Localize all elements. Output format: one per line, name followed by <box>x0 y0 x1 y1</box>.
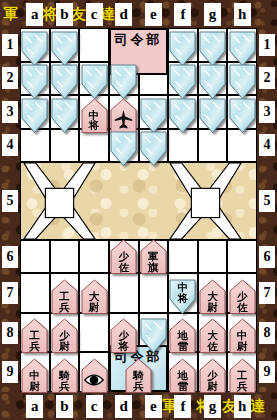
piece-blue-a3-facedown[interactable] <box>21 98 48 134</box>
piece-pink-h8[interactable]: 中尉 <box>229 318 256 354</box>
gunjin-shogi-game-window: 司令部司令部中将少佐軍旗工兵大尉中将大尉少佐工兵少尉少将地雷大佐中尉中尉騎兵騎兵… <box>0 0 277 420</box>
file-label-f-top: f <box>174 3 191 26</box>
blue-piece-shape <box>199 64 226 100</box>
piece-blue-c2-facedown[interactable] <box>81 64 108 100</box>
rank-label-6-left: 6 <box>2 246 18 268</box>
piece-label: 少佐 <box>229 291 256 312</box>
piece-label: 少佐 <box>110 251 137 272</box>
piece-pink-d3[interactable] <box>110 98 137 134</box>
rank-label-5-left: 5 <box>2 190 18 212</box>
hq-top-label: 司令部 <box>111 30 166 47</box>
file-label-d-top: d <box>115 3 132 26</box>
file-label-d-bottom: d <box>115 395 132 418</box>
rank-label-6-right: 6 <box>259 246 275 268</box>
piece-label: 騎兵 <box>51 370 78 391</box>
piece-label: 工兵 <box>229 370 256 391</box>
rank-label-9-left: 9 <box>2 361 18 383</box>
piece-pink-d9e9[interactable]: 騎兵 <box>125 358 152 394</box>
piece-blue-f3-facedown[interactable] <box>169 98 196 134</box>
blue-piece-shape <box>229 98 256 134</box>
blue-piece-shape <box>140 98 167 134</box>
square-b6[interactable] <box>50 240 80 273</box>
watermark-fragment-top-2: 友 <box>71 5 86 24</box>
file-label-e-bottom: e <box>145 395 162 418</box>
rank-label-2-left: 2 <box>2 67 18 89</box>
file-label-c-bottom: c <box>86 395 103 418</box>
piece-pink-c7[interactable]: 大尉 <box>81 279 108 315</box>
file-label-h-top: h <box>234 3 251 26</box>
piece-label: 地雷 <box>169 370 196 391</box>
square-d7[interactable] <box>109 273 139 313</box>
rank-label-3-left: 3 <box>2 101 18 123</box>
square-c8[interactable] <box>79 313 109 352</box>
piece-blue-e3-facedown[interactable] <box>140 98 167 134</box>
piece-pink-f8[interactable]: 地雷 <box>169 318 196 354</box>
blue-piece-shape <box>169 98 196 134</box>
rank-label-5-right: 5 <box>259 190 275 212</box>
piece-blue-g1-facedown[interactable] <box>199 31 226 67</box>
blue-piece-shape <box>51 64 78 100</box>
spy-piece-face <box>81 358 108 394</box>
piece-blue-d2-facedown[interactable] <box>110 64 137 100</box>
file-label-g-top: g <box>204 3 221 26</box>
piece-pink-d8[interactable]: 少将 <box>110 318 137 354</box>
blue-piece-shape <box>140 131 167 167</box>
file-label-a-top: a <box>26 3 43 26</box>
piece-blue-b3-facedown[interactable] <box>51 98 78 134</box>
spy-eye-icon <box>84 374 104 386</box>
square-c6[interactable] <box>79 240 109 273</box>
file-label-b-bottom: b <box>56 395 73 418</box>
rank-label-8-left: 8 <box>2 322 18 344</box>
piece-pink-e6[interactable]: 軍旗 <box>140 239 167 275</box>
blue-piece-shape <box>110 64 137 100</box>
blue-piece-shape <box>21 31 48 67</box>
airplane-piece-face <box>110 98 137 134</box>
file-label-f-bottom: f <box>174 395 191 418</box>
square-e7[interactable] <box>139 273 169 313</box>
piece-pink-b9[interactable]: 騎兵 <box>51 358 78 394</box>
piece-pink-d6[interactable]: 少佐 <box>110 239 137 275</box>
rank-label-4-right: 4 <box>259 134 275 156</box>
file-label-h-bottom: h <box>234 395 251 418</box>
piece-blue-f2-facedown[interactable] <box>169 64 196 100</box>
watermark-fragment-top-1: 将 <box>42 5 57 24</box>
piece-pink-h7[interactable]: 少佐 <box>229 279 256 315</box>
piece-pink-c9[interactable] <box>81 358 108 394</box>
blue-piece-shape <box>110 131 137 167</box>
blue-piece-shape <box>51 31 78 67</box>
square-a7[interactable] <box>20 273 50 313</box>
piece-pink-h9[interactable]: 工兵 <box>229 358 256 394</box>
piece-label: 軍旗 <box>140 251 167 272</box>
rank-label-8-right: 8 <box>259 322 275 344</box>
blue-piece-shape <box>199 98 226 134</box>
blue-piece-shape <box>21 64 48 100</box>
piece-blue-h3-facedown[interactable] <box>229 98 256 134</box>
piece-label: 大尉 <box>199 291 226 312</box>
piece-pink-f9[interactable]: 地雷 <box>169 358 196 394</box>
piece-blue-a1-facedown[interactable] <box>21 31 48 67</box>
piece-pink-c3[interactable]: 中将 <box>81 98 108 134</box>
rank-label-1-left: 1 <box>2 34 18 56</box>
blue-piece-shape <box>21 98 48 134</box>
piece-blue-b1-facedown[interactable] <box>51 31 78 67</box>
piece-label: 大佐 <box>199 330 226 351</box>
piece-label: 地雷 <box>169 330 196 351</box>
piece-label: 中尉 <box>229 330 256 351</box>
blue-piece-shape <box>199 31 226 67</box>
rank-label-9-right: 9 <box>259 361 275 383</box>
rank-label-7-right: 7 <box>259 282 275 304</box>
blue-piece-shape <box>81 64 108 100</box>
file-label-c-top: c <box>86 3 103 26</box>
piece-label: 騎兵 <box>125 370 152 391</box>
rank-label-2-right: 2 <box>259 67 275 89</box>
piece-blue-d4-facedown[interactable] <box>110 131 137 167</box>
piece-pink-b7[interactable]: 工兵 <box>51 279 78 315</box>
square-b4[interactable] <box>50 129 80 163</box>
file-label-e-top: e <box>145 3 162 26</box>
piece-blue-g3-facedown[interactable] <box>199 98 226 134</box>
blue-piece-shape <box>229 64 256 100</box>
watermark-fragment-top-0: 軍 <box>3 5 18 24</box>
file-label-b-top: b <box>56 3 73 26</box>
piece-pink-g8[interactable]: 大佐 <box>199 318 226 354</box>
piece-blue-e4-facedown[interactable] <box>140 131 167 167</box>
rank-label-1-right: 1 <box>259 34 275 56</box>
piece-label: 工兵 <box>21 330 48 351</box>
piece-label: 大尉 <box>81 291 108 312</box>
mountain-pass-left <box>23 163 96 239</box>
square-f6[interactable] <box>168 240 198 273</box>
piece-blue-e8-facedown[interactable] <box>140 318 167 354</box>
watermark-fragment-bottom-3: 達 <box>250 397 265 416</box>
piece-pink-a9[interactable]: 中尉 <box>21 358 48 394</box>
piece-label: 中将 <box>169 282 196 303</box>
square-f4[interactable] <box>168 129 198 163</box>
blue-piece-shape <box>229 31 256 67</box>
airplane-icon <box>114 109 133 130</box>
terrain-belt-rank5 <box>20 162 257 240</box>
rank-label-3-right: 3 <box>259 101 275 123</box>
mountain-pass-right <box>169 163 242 239</box>
piece-label: 工兵 <box>51 291 78 312</box>
piece-blue-f7[interactable]: 中将 <box>169 279 196 315</box>
piece-label: 少尉 <box>199 370 226 391</box>
piece-pink-g9[interactable]: 少尉 <box>199 358 226 394</box>
piece-blue-f1-facedown[interactable] <box>169 31 196 67</box>
square-c4[interactable] <box>79 129 109 163</box>
square-a4[interactable] <box>20 129 50 163</box>
square-a6[interactable] <box>20 240 50 273</box>
square-h4[interactable] <box>227 129 257 163</box>
piece-blue-a2-facedown[interactable] <box>21 64 48 100</box>
piece-blue-h2-facedown[interactable] <box>229 64 256 100</box>
piece-pink-g7[interactable]: 大尉 <box>199 279 226 315</box>
piece-label: 少将 <box>110 330 137 351</box>
rank-label-7-left: 7 <box>2 282 18 304</box>
blue-piece-shape <box>51 98 78 134</box>
file-label-a-bottom: a <box>26 395 43 418</box>
blue-piece-shape <box>169 64 196 100</box>
rank-label-4-left: 4 <box>2 134 18 156</box>
square-g6[interactable] <box>198 240 228 273</box>
blue-piece-shape <box>169 31 196 67</box>
piece-label: 少尉 <box>51 330 78 351</box>
piece-blue-b2-facedown[interactable] <box>51 64 78 100</box>
piece-blue-h1-facedown[interactable] <box>229 31 256 67</box>
piece-label: 中尉 <box>21 370 48 391</box>
blue-piece-shape <box>140 318 167 354</box>
file-label-g-bottom: g <box>204 395 221 418</box>
piece-pink-a8[interactable]: 工兵 <box>21 318 48 354</box>
piece-label: 中将 <box>81 110 108 131</box>
game-board: 司令部司令部中将少佐軍旗工兵大尉中将大尉少佐工兵少尉少将地雷大佐中尉中尉騎兵騎兵… <box>20 28 257 392</box>
piece-blue-g2-facedown[interactable] <box>199 64 226 100</box>
square-c1[interactable] <box>79 28 109 62</box>
piece-pink-b8[interactable]: 少尉 <box>51 318 78 354</box>
square-g4[interactable] <box>198 129 228 163</box>
square-h6[interactable] <box>227 240 257 273</box>
